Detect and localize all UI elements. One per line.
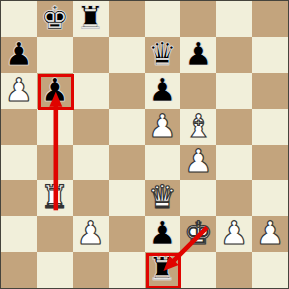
square-h1[interactable]	[252, 252, 288, 288]
square-f7[interactable]: ♟	[180, 37, 216, 73]
square-c6[interactable]	[73, 73, 109, 109]
square-c2[interactable]: ♟	[73, 216, 109, 252]
square-h7[interactable]	[252, 37, 288, 73]
square-d6[interactable]	[109, 73, 145, 109]
piece-white-pawn: ♟	[148, 110, 177, 142]
square-g3[interactable]	[216, 180, 252, 216]
square-b2[interactable]	[37, 216, 73, 252]
square-a4[interactable]	[1, 145, 37, 181]
square-g7[interactable]	[216, 37, 252, 73]
square-g8[interactable]	[216, 1, 252, 37]
piece-black-queen: ♛	[148, 38, 177, 70]
square-e3[interactable]: ♛	[145, 180, 181, 216]
square-g2[interactable]: ♟	[216, 216, 252, 252]
piece-black-pawn: ♟	[148, 74, 177, 106]
square-b7[interactable]	[37, 37, 73, 73]
square-f4[interactable]: ♟	[180, 145, 216, 181]
square-e6[interactable]: ♟	[145, 73, 181, 109]
piece-white-pawn: ♟	[184, 145, 213, 177]
square-e2[interactable]: ♟	[145, 216, 181, 252]
square-e1[interactable]: ♜	[145, 252, 181, 288]
square-b6[interactable]: ♟	[37, 73, 73, 109]
piece-black-pawn: ♟	[184, 38, 213, 70]
piece-white-pawn: ♟	[220, 217, 249, 249]
square-g1[interactable]	[216, 252, 252, 288]
square-h8[interactable]	[252, 1, 288, 37]
piece-black-pawn: ♟	[5, 38, 34, 70]
square-f8[interactable]	[180, 1, 216, 37]
square-h5[interactable]	[252, 109, 288, 145]
square-h6[interactable]	[252, 73, 288, 109]
square-c3[interactable]	[73, 180, 109, 216]
square-b1[interactable]	[37, 252, 73, 288]
square-b3[interactable]: ♜	[37, 180, 73, 216]
square-d5[interactable]	[109, 109, 145, 145]
piece-black-pawn: ♟	[148, 217, 177, 249]
piece-white-king: ♚	[184, 217, 213, 249]
square-d2[interactable]	[109, 216, 145, 252]
square-g5[interactable]	[216, 109, 252, 145]
square-f3[interactable]	[180, 180, 216, 216]
piece-white-bishop: ♝	[184, 110, 213, 142]
piece-black-rook: ♜	[76, 2, 105, 34]
square-d1[interactable]	[109, 252, 145, 288]
piece-black-rook: ♜	[148, 253, 177, 285]
square-b5[interactable]	[37, 109, 73, 145]
piece-white-queen: ♛	[148, 181, 177, 213]
square-a1[interactable]	[1, 252, 37, 288]
square-h2[interactable]: ♟	[252, 216, 288, 252]
square-f2[interactable]: ♚	[180, 216, 216, 252]
square-h3[interactable]	[252, 180, 288, 216]
piece-black-pawn: ♟	[40, 74, 69, 106]
square-c4[interactable]	[73, 145, 109, 181]
piece-white-pawn: ♟	[76, 217, 105, 249]
square-a3[interactable]	[1, 180, 37, 216]
chess-board-window: ♚♜♟♛♟♟♟♟♟♝♟♜♛♟♟♚♟♟♜	[0, 0, 289, 289]
piece-white-rook: ♜	[40, 181, 69, 213]
square-e7[interactable]: ♛	[145, 37, 181, 73]
square-g6[interactable]	[216, 73, 252, 109]
square-f1[interactable]	[180, 252, 216, 288]
square-d7[interactable]	[109, 37, 145, 73]
square-e5[interactable]: ♟	[145, 109, 181, 145]
square-c7[interactable]	[73, 37, 109, 73]
square-b4[interactable]	[37, 145, 73, 181]
square-b8[interactable]: ♚	[37, 1, 73, 37]
square-h4[interactable]	[252, 145, 288, 181]
square-a2[interactable]	[1, 216, 37, 252]
square-c5[interactable]	[73, 109, 109, 145]
square-e8[interactable]	[145, 1, 181, 37]
square-c1[interactable]	[73, 252, 109, 288]
square-a8[interactable]	[1, 1, 37, 37]
square-e4[interactable]	[145, 145, 181, 181]
square-f6[interactable]	[180, 73, 216, 109]
square-c8[interactable]: ♜	[73, 1, 109, 37]
square-d4[interactable]	[109, 145, 145, 181]
piece-white-pawn: ♟	[5, 74, 34, 106]
square-a7[interactable]: ♟	[1, 37, 37, 73]
piece-black-king: ♚	[40, 2, 69, 34]
square-g4[interactable]	[216, 145, 252, 181]
square-a5[interactable]	[1, 109, 37, 145]
chess-board: ♚♜♟♛♟♟♟♟♟♝♟♜♛♟♟♚♟♟♜	[1, 1, 288, 288]
square-f5[interactable]: ♝	[180, 109, 216, 145]
square-d8[interactable]	[109, 1, 145, 37]
piece-white-pawn: ♟	[256, 217, 285, 249]
square-d3[interactable]	[109, 180, 145, 216]
square-a6[interactable]: ♟	[1, 73, 37, 109]
